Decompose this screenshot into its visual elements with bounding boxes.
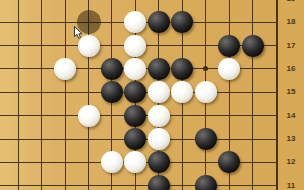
row-label-16: 16 bbox=[283, 64, 299, 74]
stone-white-N17[interactable] bbox=[124, 35, 146, 57]
stone-black-Q11[interactable] bbox=[195, 175, 217, 190]
stone-white-L14[interactable] bbox=[78, 105, 100, 127]
stone-black-N13[interactable] bbox=[124, 128, 146, 150]
stone-white-M12[interactable] bbox=[101, 151, 123, 173]
stone-white-L17[interactable] bbox=[78, 35, 100, 57]
stone-black-M16[interactable] bbox=[101, 58, 123, 80]
stone-black-R12[interactable] bbox=[218, 151, 240, 173]
stone-white-N18[interactable] bbox=[124, 11, 146, 33]
stone-white-N12[interactable] bbox=[124, 151, 146, 173]
row-label-19: 19 bbox=[283, 0, 299, 4]
row-label-12: 12 bbox=[283, 157, 299, 167]
stone-white-P15[interactable] bbox=[171, 81, 193, 103]
stone-black-R17[interactable] bbox=[218, 35, 240, 57]
stone-black-O18[interactable] bbox=[148, 11, 170, 33]
stone-white-O13[interactable] bbox=[148, 128, 170, 150]
stone-black-P18[interactable] bbox=[171, 11, 193, 33]
stone-black-N15[interactable] bbox=[124, 81, 146, 103]
stone-black-M15[interactable] bbox=[101, 81, 123, 103]
row-label-14: 14 bbox=[283, 111, 299, 121]
stone-white-O15[interactable] bbox=[148, 81, 170, 103]
stone-white-O14[interactable] bbox=[148, 105, 170, 127]
row-label-11: 11 bbox=[283, 181, 299, 190]
stone-white-R16[interactable] bbox=[218, 58, 240, 80]
stone-black-P16[interactable] bbox=[171, 58, 193, 80]
row-label-18: 18 bbox=[283, 17, 299, 27]
grid-hline-11 bbox=[0, 185, 277, 186]
stone-white-N16[interactable] bbox=[124, 58, 146, 80]
stone-black-O16[interactable] bbox=[148, 58, 170, 80]
stone-black-N14[interactable] bbox=[124, 105, 146, 127]
stone-black-Q13[interactable] bbox=[195, 128, 217, 150]
row-label-15: 15 bbox=[283, 87, 299, 97]
stone-white-Q15[interactable] bbox=[195, 81, 217, 103]
star-point-Q16 bbox=[203, 66, 208, 71]
row-label-13: 13 bbox=[283, 134, 299, 144]
stone-black-O12[interactable] bbox=[148, 151, 170, 173]
row-label-17: 17 bbox=[283, 41, 299, 51]
stone-black-S17[interactable] bbox=[242, 35, 264, 57]
stone-white-K16[interactable] bbox=[54, 58, 76, 80]
stone-black-O11[interactable] bbox=[148, 175, 170, 190]
go-app-window: 191817161514131211 bbox=[0, 0, 304, 190]
ghost-stone-L18[interactable] bbox=[77, 10, 101, 34]
